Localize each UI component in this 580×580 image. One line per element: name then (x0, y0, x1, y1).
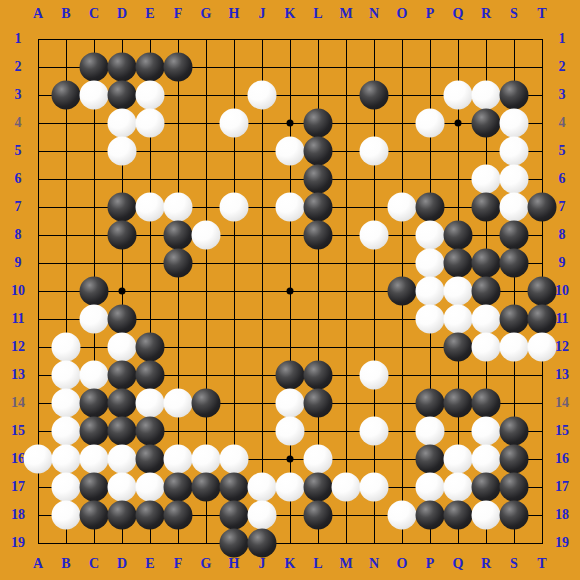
black-stone-D18 (108, 501, 137, 530)
col-label-top-G: G (201, 6, 212, 22)
black-stone-L5 (304, 137, 333, 166)
col-label-top-E: E (145, 6, 154, 22)
row-label-left-14: 14 (11, 395, 25, 411)
black-stone-F17 (164, 473, 193, 502)
col-label-bottom-N: N (369, 556, 379, 572)
white-stone-A16 (24, 445, 53, 474)
col-label-bottom-D: D (117, 556, 127, 572)
white-stone-D12 (108, 333, 137, 362)
black-stone-L17 (304, 473, 333, 502)
black-stone-E15 (136, 417, 165, 446)
white-stone-R15 (472, 417, 501, 446)
white-stone-T12 (528, 333, 557, 362)
col-label-bottom-A: A (33, 556, 43, 572)
col-label-bottom-R: R (481, 556, 491, 572)
white-stone-P8 (416, 221, 445, 250)
black-stone-D2 (108, 53, 137, 82)
row-label-left-9: 9 (15, 255, 22, 271)
white-stone-N5 (360, 137, 389, 166)
black-stone-Q8 (444, 221, 473, 250)
black-stone-O10 (388, 277, 417, 306)
white-stone-Q11 (444, 305, 473, 334)
star-point (119, 288, 126, 295)
go-board[interactable]: AABBCCDDEEFFGGHHJJKKLLMMNNOOPPQQRRSSTT11… (0, 0, 580, 580)
black-stone-G14 (192, 389, 221, 418)
col-label-bottom-T: T (537, 556, 546, 572)
black-stone-H19 (220, 529, 249, 558)
black-stone-L18 (304, 501, 333, 530)
white-stone-K15 (276, 417, 305, 446)
black-stone-L7 (304, 193, 333, 222)
black-stone-D14 (108, 389, 137, 418)
white-stone-Q16 (444, 445, 473, 474)
row-label-left-19: 19 (11, 535, 25, 551)
black-stone-C10 (80, 277, 109, 306)
row-label-right-8: 8 (559, 227, 566, 243)
white-stone-B17 (52, 473, 81, 502)
white-stone-P9 (416, 249, 445, 278)
white-stone-B16 (52, 445, 81, 474)
black-stone-Q14 (444, 389, 473, 418)
white-stone-B15 (52, 417, 81, 446)
col-label-bottom-E: E (145, 556, 154, 572)
white-stone-P17 (416, 473, 445, 502)
col-label-bottom-H: H (229, 556, 240, 572)
white-stone-S7 (500, 193, 529, 222)
black-stone-L6 (304, 165, 333, 194)
col-label-bottom-J: J (259, 556, 266, 572)
white-stone-R16 (472, 445, 501, 474)
row-label-left-15: 15 (11, 423, 25, 439)
col-label-top-F: F (174, 6, 183, 22)
white-stone-Q17 (444, 473, 473, 502)
black-stone-T10 (528, 277, 557, 306)
col-label-top-P: P (426, 6, 435, 22)
white-stone-F16 (164, 445, 193, 474)
row-label-left-6: 6 (15, 171, 22, 187)
col-label-top-J: J (259, 6, 266, 22)
row-label-left-11: 11 (11, 311, 24, 327)
white-stone-L16 (304, 445, 333, 474)
white-stone-E14 (136, 389, 165, 418)
black-stone-L13 (304, 361, 333, 390)
star-point (287, 288, 294, 295)
row-label-right-18: 18 (555, 507, 569, 523)
white-stone-S4 (500, 109, 529, 138)
white-stone-B12 (52, 333, 81, 362)
black-stone-Q12 (444, 333, 473, 362)
col-label-top-H: H (229, 6, 240, 22)
white-stone-Q10 (444, 277, 473, 306)
col-label-bottom-C: C (89, 556, 99, 572)
white-stone-B14 (52, 389, 81, 418)
black-stone-C14 (80, 389, 109, 418)
row-label-left-3: 3 (15, 87, 22, 103)
row-label-left-13: 13 (11, 367, 25, 383)
black-stone-T11 (528, 305, 557, 334)
black-stone-E18 (136, 501, 165, 530)
black-stone-P16 (416, 445, 445, 474)
row-label-left-4: 4 (15, 115, 22, 131)
black-stone-F2 (164, 53, 193, 82)
row-label-right-4: 4 (559, 115, 566, 131)
white-stone-S5 (500, 137, 529, 166)
white-stone-B18 (52, 501, 81, 530)
black-stone-K13 (276, 361, 305, 390)
row-label-left-17: 17 (11, 479, 25, 495)
col-label-bottom-B: B (61, 556, 70, 572)
white-stone-O7 (388, 193, 417, 222)
star-point (287, 456, 294, 463)
col-label-top-T: T (537, 6, 546, 22)
white-stone-K5 (276, 137, 305, 166)
col-label-top-D: D (117, 6, 127, 22)
col-label-bottom-L: L (313, 556, 322, 572)
black-stone-E2 (136, 53, 165, 82)
row-label-right-14: 14 (555, 395, 569, 411)
row-label-right-5: 5 (559, 143, 566, 159)
black-stone-H18 (220, 501, 249, 530)
row-label-left-12: 12 (11, 339, 25, 355)
white-stone-D4 (108, 109, 137, 138)
black-stone-R9 (472, 249, 501, 278)
black-stone-D15 (108, 417, 137, 446)
black-stone-R7 (472, 193, 501, 222)
col-label-bottom-O: O (397, 556, 408, 572)
white-stone-C13 (80, 361, 109, 390)
black-stone-S16 (500, 445, 529, 474)
row-label-left-18: 18 (11, 507, 25, 523)
white-stone-Q3 (444, 81, 473, 110)
white-stone-R3 (472, 81, 501, 110)
black-stone-R14 (472, 389, 501, 418)
row-label-right-13: 13 (555, 367, 569, 383)
white-stone-N17 (360, 473, 389, 502)
black-stone-C18 (80, 501, 109, 530)
white-stone-D5 (108, 137, 137, 166)
white-stone-S12 (500, 333, 529, 362)
black-stone-D13 (108, 361, 137, 390)
row-label-left-2: 2 (15, 59, 22, 75)
white-stone-D17 (108, 473, 137, 502)
white-stone-K7 (276, 193, 305, 222)
white-stone-B13 (52, 361, 81, 390)
black-stone-F18 (164, 501, 193, 530)
col-label-bottom-P: P (426, 556, 435, 572)
col-label-top-K: K (285, 6, 296, 22)
black-stone-G17 (192, 473, 221, 502)
col-label-top-S: S (510, 6, 518, 22)
black-stone-E13 (136, 361, 165, 390)
white-stone-J18 (248, 501, 277, 530)
col-label-top-M: M (339, 6, 352, 22)
black-stone-N3 (360, 81, 389, 110)
white-stone-R11 (472, 305, 501, 334)
black-stone-P14 (416, 389, 445, 418)
white-stone-C3 (80, 81, 109, 110)
black-stone-L14 (304, 389, 333, 418)
white-stone-N8 (360, 221, 389, 250)
white-stone-M17 (332, 473, 361, 502)
black-stone-C15 (80, 417, 109, 446)
black-stone-F9 (164, 249, 193, 278)
white-stone-P10 (416, 277, 445, 306)
row-label-left-1: 1 (15, 31, 22, 47)
black-stone-D7 (108, 193, 137, 222)
white-stone-E7 (136, 193, 165, 222)
black-stone-R4 (472, 109, 501, 138)
black-stone-S17 (500, 473, 529, 502)
white-stone-H4 (220, 109, 249, 138)
row-label-left-10: 10 (11, 283, 25, 299)
white-stone-K14 (276, 389, 305, 418)
white-stone-P15 (416, 417, 445, 446)
white-stone-H7 (220, 193, 249, 222)
col-label-top-N: N (369, 6, 379, 22)
white-stone-P11 (416, 305, 445, 334)
white-stone-S6 (500, 165, 529, 194)
white-stone-R6 (472, 165, 501, 194)
star-point (455, 120, 462, 127)
black-stone-J19 (248, 529, 277, 558)
white-stone-G16 (192, 445, 221, 474)
black-stone-E16 (136, 445, 165, 474)
black-stone-C2 (80, 53, 109, 82)
white-stone-E17 (136, 473, 165, 502)
white-stone-N15 (360, 417, 389, 446)
black-stone-S15 (500, 417, 529, 446)
white-stone-P4 (416, 109, 445, 138)
white-stone-R12 (472, 333, 501, 362)
white-stone-J3 (248, 81, 277, 110)
row-label-right-12: 12 (555, 339, 569, 355)
black-stone-H17 (220, 473, 249, 502)
black-stone-Q18 (444, 501, 473, 530)
black-stone-R10 (472, 277, 501, 306)
white-stone-C16 (80, 445, 109, 474)
white-stone-G8 (192, 221, 221, 250)
black-stone-P7 (416, 193, 445, 222)
col-label-top-B: B (61, 6, 70, 22)
col-label-bottom-Q: Q (453, 556, 464, 572)
row-label-right-17: 17 (555, 479, 569, 495)
white-stone-H16 (220, 445, 249, 474)
row-label-right-2: 2 (559, 59, 566, 75)
col-label-top-A: A (33, 6, 43, 22)
black-stone-S3 (500, 81, 529, 110)
white-stone-C11 (80, 305, 109, 334)
black-stone-Q9 (444, 249, 473, 278)
row-label-right-15: 15 (555, 423, 569, 439)
col-label-top-L: L (313, 6, 322, 22)
black-stone-B3 (52, 81, 81, 110)
black-stone-S11 (500, 305, 529, 334)
white-stone-E4 (136, 109, 165, 138)
black-stone-S9 (500, 249, 529, 278)
white-stone-E3 (136, 81, 165, 110)
row-label-right-10: 10 (555, 283, 569, 299)
col-label-top-C: C (89, 6, 99, 22)
row-label-right-19: 19 (555, 535, 569, 551)
row-label-left-7: 7 (15, 199, 22, 215)
black-stone-S18 (500, 501, 529, 530)
col-label-bottom-F: F (174, 556, 183, 572)
black-stone-D8 (108, 221, 137, 250)
white-stone-J17 (248, 473, 277, 502)
col-label-top-R: R (481, 6, 491, 22)
black-stone-S8 (500, 221, 529, 250)
black-stone-D3 (108, 81, 137, 110)
row-label-right-7: 7 (559, 199, 566, 215)
white-stone-F7 (164, 193, 193, 222)
col-label-bottom-G: G (201, 556, 212, 572)
black-stone-L4 (304, 109, 333, 138)
black-stone-F8 (164, 221, 193, 250)
black-stone-D11 (108, 305, 137, 334)
black-stone-R17 (472, 473, 501, 502)
white-stone-O18 (388, 501, 417, 530)
row-label-right-9: 9 (559, 255, 566, 271)
black-stone-C17 (80, 473, 109, 502)
black-stone-P18 (416, 501, 445, 530)
row-label-right-1: 1 (559, 31, 566, 47)
col-label-bottom-K: K (285, 556, 296, 572)
star-point (287, 120, 294, 127)
white-stone-N13 (360, 361, 389, 390)
col-label-bottom-S: S (510, 556, 518, 572)
row-label-right-6: 6 (559, 171, 566, 187)
white-stone-F14 (164, 389, 193, 418)
col-label-bottom-M: M (339, 556, 352, 572)
row-label-right-3: 3 (559, 87, 566, 103)
white-stone-R18 (472, 501, 501, 530)
white-stone-D16 (108, 445, 137, 474)
row-label-left-5: 5 (15, 143, 22, 159)
col-label-top-Q: Q (453, 6, 464, 22)
white-stone-K17 (276, 473, 305, 502)
col-label-top-O: O (397, 6, 408, 22)
row-label-left-8: 8 (15, 227, 22, 243)
black-stone-L8 (304, 221, 333, 250)
black-stone-T7 (528, 193, 557, 222)
black-stone-E12 (136, 333, 165, 362)
row-label-right-16: 16 (555, 451, 569, 467)
row-label-right-11: 11 (555, 311, 568, 327)
